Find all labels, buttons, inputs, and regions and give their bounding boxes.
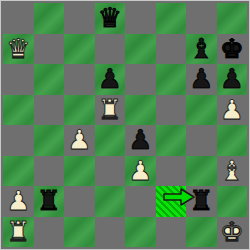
square-g6[interactable]: ♟	[186, 64, 217, 95]
square-d2[interactable]	[95, 186, 126, 217]
chess-board: ♛♛♝♚♟♟♟♜♟♟♟♟♝♟♜♜♜♚	[0, 0, 250, 250]
square-e2[interactable]	[125, 186, 156, 217]
square-b7[interactable]	[34, 34, 65, 65]
square-h5[interactable]: ♟	[217, 95, 248, 126]
square-g5[interactable]	[186, 95, 217, 126]
square-d1[interactable]	[95, 217, 126, 248]
square-e1[interactable]	[125, 217, 156, 248]
square-c3[interactable]	[64, 156, 95, 187]
white-king[interactable]: ♚	[220, 217, 244, 248]
square-a8[interactable]	[3, 3, 34, 34]
square-h7[interactable]: ♚	[217, 34, 248, 65]
square-d7[interactable]	[95, 34, 126, 65]
square-g8[interactable]	[186, 3, 217, 34]
square-f5[interactable]	[156, 95, 187, 126]
square-d8[interactable]: ♛	[95, 3, 126, 34]
square-b1[interactable]	[34, 217, 65, 248]
square-c1[interactable]	[64, 217, 95, 248]
board-grid: ♛♛♝♚♟♟♟♜♟♟♟♟♝♟♜♜♜♚	[3, 3, 247, 247]
square-c8[interactable]	[64, 3, 95, 34]
square-b5[interactable]	[34, 95, 65, 126]
black-rook[interactable]: ♜	[189, 186, 213, 217]
square-a6[interactable]	[3, 64, 34, 95]
square-g2[interactable]: ♜	[186, 186, 217, 217]
black-bishop[interactable]: ♝	[189, 34, 213, 65]
square-f6[interactable]	[156, 64, 187, 95]
black-pawn[interactable]: ♟	[220, 64, 244, 95]
black-king[interactable]: ♚	[220, 34, 244, 65]
square-g4[interactable]	[186, 125, 217, 156]
white-pawn[interactable]: ♟	[220, 95, 244, 126]
square-h1[interactable]: ♚	[217, 217, 248, 248]
square-f4[interactable]	[156, 125, 187, 156]
square-c5[interactable]	[64, 95, 95, 126]
white-rook[interactable]: ♜	[98, 95, 122, 126]
square-a2[interactable]: ♟	[3, 186, 34, 217]
square-c7[interactable]	[64, 34, 95, 65]
square-f7[interactable]	[156, 34, 187, 65]
square-c4[interactable]: ♟	[64, 125, 95, 156]
square-d6[interactable]: ♟	[95, 64, 126, 95]
square-g1[interactable]	[186, 217, 217, 248]
white-queen[interactable]: ♛	[6, 34, 30, 65]
square-e7[interactable]	[125, 34, 156, 65]
black-pawn[interactable]: ♟	[189, 64, 213, 95]
square-b4[interactable]	[34, 125, 65, 156]
square-e8[interactable]	[125, 3, 156, 34]
square-c2[interactable]	[64, 186, 95, 217]
square-e4[interactable]: ♟	[125, 125, 156, 156]
white-bishop[interactable]: ♝	[220, 156, 244, 187]
black-pawn[interactable]: ♟	[98, 64, 122, 95]
square-h6[interactable]: ♟	[217, 64, 248, 95]
black-rook[interactable]: ♜	[37, 186, 61, 217]
square-h8[interactable]	[217, 3, 248, 34]
white-pawn[interactable]: ♟	[6, 186, 30, 217]
square-a5[interactable]	[3, 95, 34, 126]
square-d5[interactable]: ♜	[95, 95, 126, 126]
square-c6[interactable]	[64, 64, 95, 95]
square-h4[interactable]	[217, 125, 248, 156]
white-pawn[interactable]: ♟	[128, 156, 152, 187]
square-e6[interactable]	[125, 64, 156, 95]
square-g7[interactable]: ♝	[186, 34, 217, 65]
square-a1[interactable]: ♜	[3, 217, 34, 248]
square-e3[interactable]: ♟	[125, 156, 156, 187]
square-b6[interactable]	[34, 64, 65, 95]
square-h3[interactable]: ♝	[217, 156, 248, 187]
square-a4[interactable]	[3, 125, 34, 156]
square-b3[interactable]	[34, 156, 65, 187]
square-f2[interactable]	[156, 186, 187, 217]
square-d4[interactable]	[95, 125, 126, 156]
square-e5[interactable]	[125, 95, 156, 126]
square-f1[interactable]	[156, 217, 187, 248]
white-pawn[interactable]: ♟	[67, 125, 91, 156]
black-queen[interactable]: ♛	[98, 3, 122, 34]
square-g3[interactable]	[186, 156, 217, 187]
square-f8[interactable]	[156, 3, 187, 34]
square-a7[interactable]: ♛	[3, 34, 34, 65]
white-rook[interactable]: ♜	[6, 217, 30, 248]
square-h2[interactable]	[217, 186, 248, 217]
black-pawn[interactable]: ♟	[128, 125, 152, 156]
square-d3[interactable]	[95, 156, 126, 187]
square-a3[interactable]	[3, 156, 34, 187]
square-f3[interactable]	[156, 156, 187, 187]
square-b8[interactable]	[34, 3, 65, 34]
square-b2[interactable]: ♜	[34, 186, 65, 217]
